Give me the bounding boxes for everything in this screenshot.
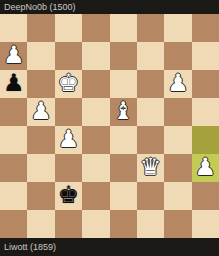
square-c1[interactable] bbox=[137, 14, 164, 42]
square-g8[interactable] bbox=[27, 210, 54, 238]
square-h3[interactable]: ♟ bbox=[0, 70, 27, 98]
square-f1[interactable] bbox=[55, 14, 82, 42]
square-f8[interactable] bbox=[55, 210, 82, 238]
square-e2[interactable] bbox=[82, 42, 109, 70]
white-bishop[interactable]: ♝ bbox=[112, 99, 134, 123]
square-c2[interactable] bbox=[137, 42, 164, 70]
square-a7[interactable] bbox=[192, 182, 219, 210]
square-h6[interactable] bbox=[0, 154, 27, 182]
square-g6[interactable] bbox=[27, 154, 54, 182]
square-e7[interactable] bbox=[82, 182, 109, 210]
square-h4[interactable] bbox=[0, 98, 27, 126]
square-c4[interactable] bbox=[137, 98, 164, 126]
square-d1[interactable] bbox=[110, 14, 137, 42]
white-queen[interactable]: ♛ bbox=[140, 155, 162, 179]
square-f2[interactable] bbox=[55, 42, 82, 70]
square-f5[interactable]: ♟ bbox=[55, 126, 82, 154]
white-pawn[interactable]: ♟ bbox=[167, 71, 189, 95]
square-a3[interactable] bbox=[192, 70, 219, 98]
square-f4[interactable] bbox=[55, 98, 82, 126]
square-d4[interactable]: ♝ bbox=[110, 98, 137, 126]
white-pawn[interactable]: ♟ bbox=[30, 99, 52, 123]
square-b5[interactable] bbox=[164, 126, 191, 154]
square-b3[interactable]: ♟ bbox=[164, 70, 191, 98]
white-king[interactable]: ♚ bbox=[58, 71, 80, 95]
square-g1[interactable] bbox=[27, 14, 54, 42]
square-d6[interactable] bbox=[110, 154, 137, 182]
square-g7[interactable] bbox=[27, 182, 54, 210]
square-e4[interactable] bbox=[82, 98, 109, 126]
square-e6[interactable] bbox=[82, 154, 109, 182]
square-d3[interactable] bbox=[110, 70, 137, 98]
square-e5[interactable] bbox=[82, 126, 109, 154]
square-a8[interactable] bbox=[192, 210, 219, 238]
square-a1[interactable] bbox=[192, 14, 219, 42]
square-b4[interactable] bbox=[164, 98, 191, 126]
square-g4[interactable]: ♟ bbox=[27, 98, 54, 126]
square-e8[interactable] bbox=[82, 210, 109, 238]
square-b1[interactable] bbox=[164, 14, 191, 42]
white-pawn[interactable]: ♟ bbox=[195, 155, 217, 179]
square-e1[interactable] bbox=[82, 14, 109, 42]
square-c5[interactable] bbox=[137, 126, 164, 154]
square-c7[interactable] bbox=[137, 182, 164, 210]
square-b7[interactable] bbox=[164, 182, 191, 210]
square-d2[interactable] bbox=[110, 42, 137, 70]
bottom-player-bar: Liwott (1859) bbox=[0, 238, 219, 256]
square-h2[interactable]: ♟ bbox=[0, 42, 27, 70]
square-h5[interactable] bbox=[0, 126, 27, 154]
white-pawn[interactable]: ♟ bbox=[58, 127, 80, 151]
game-screen: DeepNo0b (1500) ♟♟♚♟♟♝♟♛♟♚ Liwott (1859) bbox=[0, 0, 219, 256]
square-a5[interactable] bbox=[192, 126, 219, 154]
square-f3[interactable]: ♚ bbox=[55, 70, 82, 98]
square-d8[interactable] bbox=[110, 210, 137, 238]
square-g3[interactable] bbox=[27, 70, 54, 98]
square-h1[interactable] bbox=[0, 14, 27, 42]
square-g2[interactable] bbox=[27, 42, 54, 70]
square-b2[interactable] bbox=[164, 42, 191, 70]
square-f6[interactable] bbox=[55, 154, 82, 182]
square-f7[interactable]: ♚ bbox=[55, 182, 82, 210]
square-h8[interactable] bbox=[0, 210, 27, 238]
square-a6[interactable]: ♟ bbox=[192, 154, 219, 182]
white-pawn[interactable]: ♟ bbox=[3, 43, 25, 67]
black-king[interactable]: ♚ bbox=[58, 183, 80, 207]
square-c8[interactable] bbox=[137, 210, 164, 238]
square-g5[interactable] bbox=[27, 126, 54, 154]
square-e3[interactable] bbox=[82, 70, 109, 98]
square-b8[interactable] bbox=[164, 210, 191, 238]
black-pawn[interactable]: ♟ bbox=[3, 71, 25, 95]
chess-board: ♟♟♚♟♟♝♟♛♟♚ bbox=[0, 14, 219, 238]
square-d7[interactable] bbox=[110, 182, 137, 210]
bottom-player-name[interactable]: Liwott (1859) bbox=[4, 243, 56, 252]
square-c6[interactable]: ♛ bbox=[137, 154, 164, 182]
square-b6[interactable] bbox=[164, 154, 191, 182]
square-d5[interactable] bbox=[110, 126, 137, 154]
top-player-name[interactable]: DeepNo0b (1500) bbox=[4, 3, 76, 12]
square-h7[interactable] bbox=[0, 182, 27, 210]
square-a2[interactable] bbox=[192, 42, 219, 70]
top-player-bar: DeepNo0b (1500) bbox=[0, 0, 219, 14]
square-a4[interactable] bbox=[192, 98, 219, 126]
square-c3[interactable] bbox=[137, 70, 164, 98]
